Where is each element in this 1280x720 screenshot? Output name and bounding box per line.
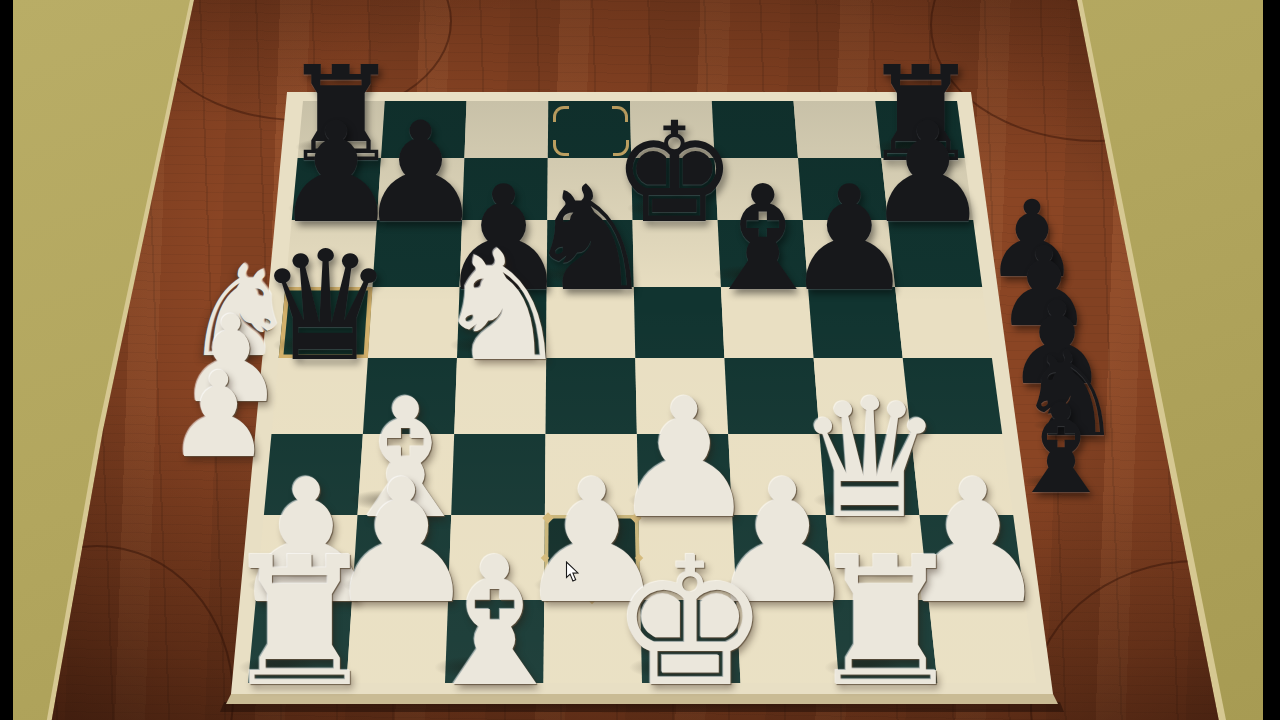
captured-black-tray: ♟♟♟♞♝ (0, 0, 1280, 720)
captured-black-bishop: ♝ (1005, 387, 1116, 511)
chess-titans-screen: ♜♜♟♟♚♟♟♞♝♟♛♞♝♟♛♟♟♟♟♟♜♝♚♜ ♞♟♟ ♟♟♟♞♝ (0, 0, 1280, 720)
letterbox-bar-right (1263, 0, 1280, 720)
mouse-cursor (565, 561, 580, 583)
letterbox-bar-left (0, 0, 13, 720)
